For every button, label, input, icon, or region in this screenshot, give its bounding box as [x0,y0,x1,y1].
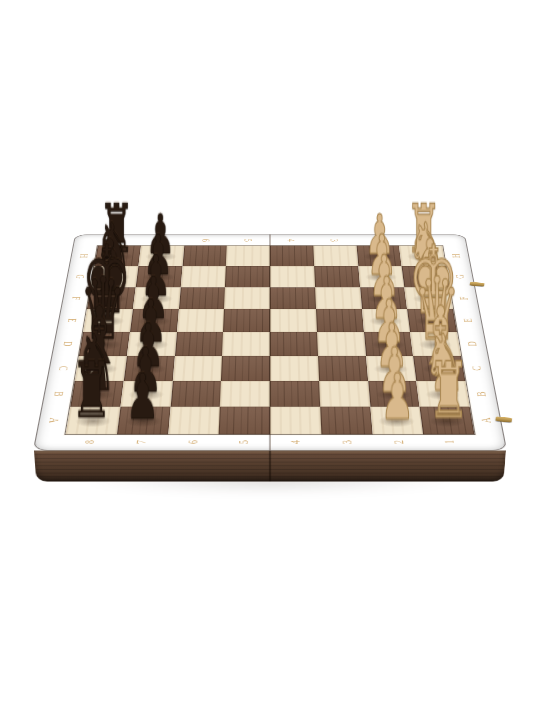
perspective-wrapper: 87654321 87654321 HGFEDCBA HGFEDCBA ♜♟♟♜… [0,0,540,720]
square-a8: ♜ [66,407,121,434]
square-e3 [316,309,364,332]
board-top-surface: 87654321 87654321 HGFEDCBA HGFEDCBA ♜♟♟♜… [33,235,507,451]
square-f5 [224,287,270,309]
square-f6 [178,287,225,309]
fold-seam-front [269,451,271,482]
black-pawn-piece: ♟ [126,366,160,429]
square-g4 [270,266,315,287]
chessboard-product-photo: 87654321 87654321 HGFEDCBA HGFEDCBA ♜♟♟♜… [0,0,540,720]
square-g6 [180,266,226,287]
white-rook-piece: ♜ [428,352,469,429]
square-e6 [177,309,225,332]
square-e5 [223,309,270,332]
square-g5 [225,266,270,287]
square-d3 [317,332,366,356]
square-b3 [319,381,370,407]
square-f4 [270,287,316,309]
square-d5 [222,332,270,356]
square-b4 [270,381,320,407]
black-rook-piece: ♜ [71,352,112,429]
white-pawn-piece: ♟ [380,366,414,429]
square-a4 [270,407,321,434]
square-e4 [270,309,317,332]
square-a5 [219,407,270,434]
square-a1: ♜ [420,407,475,434]
chess-board: 87654321 87654321 HGFEDCBA HGFEDCBA ♜♟♟♜… [33,235,507,451]
square-b5 [220,381,270,407]
square-a3 [320,407,372,434]
square-d4 [270,332,318,356]
square-a6 [168,407,220,434]
square-b6 [170,381,221,407]
square-c6 [172,356,222,381]
square-c4 [270,356,319,381]
square-c3 [318,356,368,381]
square-d6 [174,332,223,356]
square-a2: ♟ [370,407,423,434]
square-c5 [221,356,270,381]
square-g3 [314,266,360,287]
square-a7: ♟ [117,407,170,434]
board-front-edge [34,451,506,482]
square-f3 [315,287,362,309]
